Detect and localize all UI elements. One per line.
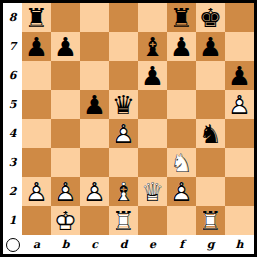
square-e3[interactable] bbox=[138, 148, 167, 177]
black-queen-icon: ♛ bbox=[109, 90, 138, 119]
black-pawn-icon: ♟︎ bbox=[196, 32, 225, 61]
black-pawn-icon: ♟︎ bbox=[138, 61, 167, 90]
square-h3[interactable] bbox=[225, 148, 254, 177]
square-d5[interactable]: ♛ bbox=[109, 90, 138, 119]
white-rook-icon: ♜♖ bbox=[109, 206, 138, 235]
square-f1[interactable] bbox=[167, 206, 196, 235]
white-knight-icon: ♞♘ bbox=[167, 148, 196, 177]
black-pawn-icon: ♟︎ bbox=[225, 61, 254, 90]
rank-label-1: 1 bbox=[3, 206, 22, 235]
square-h6[interactable]: ♟︎ bbox=[225, 61, 254, 90]
rank-label-5: 5 bbox=[3, 90, 22, 119]
square-b3[interactable] bbox=[51, 148, 80, 177]
square-a2[interactable]: ♟︎♙ bbox=[22, 177, 51, 206]
file-label-f: f bbox=[167, 235, 196, 254]
square-e2[interactable]: ♛♕ bbox=[138, 177, 167, 206]
square-f3[interactable]: ♞♘ bbox=[167, 148, 196, 177]
square-b4[interactable] bbox=[51, 119, 80, 148]
square-g6[interactable] bbox=[196, 61, 225, 90]
square-a4[interactable] bbox=[22, 119, 51, 148]
square-h5[interactable]: ♟︎♙ bbox=[225, 90, 254, 119]
square-g4[interactable]: ♞ bbox=[196, 119, 225, 148]
side-to-move-corner bbox=[3, 235, 22, 254]
file-label-a: a bbox=[22, 235, 51, 254]
square-d8[interactable] bbox=[109, 3, 138, 32]
rank-label-7: 7 bbox=[3, 32, 22, 61]
square-f6[interactable] bbox=[167, 61, 196, 90]
square-c6[interactable] bbox=[80, 61, 109, 90]
square-a8[interactable]: ♜ bbox=[22, 3, 51, 32]
square-e4[interactable] bbox=[138, 119, 167, 148]
square-c5[interactable]: ♟︎ bbox=[80, 90, 109, 119]
file-label-c: c bbox=[80, 235, 109, 254]
rank-label-8: 8 bbox=[3, 3, 22, 32]
square-e1[interactable] bbox=[138, 206, 167, 235]
chess-diagram: 87654321 ♜♜♚♟︎♟︎♝♟︎♟︎♟︎♟︎♟︎♛♟︎♙♟︎♙♞♞♘♟︎♙… bbox=[0, 0, 257, 257]
rank-labels: 87654321 bbox=[3, 3, 22, 235]
rank-label-3: 3 bbox=[3, 148, 22, 177]
square-d1[interactable]: ♜♖ bbox=[109, 206, 138, 235]
white-rook-icon: ♜♖ bbox=[196, 206, 225, 235]
square-d6[interactable] bbox=[109, 61, 138, 90]
rank-label-4: 4 bbox=[3, 119, 22, 148]
square-a5[interactable] bbox=[22, 90, 51, 119]
white-to-move-indicator-icon bbox=[6, 238, 20, 252]
square-f8[interactable]: ♜ bbox=[167, 3, 196, 32]
square-e6[interactable]: ♟︎ bbox=[138, 61, 167, 90]
square-c1[interactable] bbox=[80, 206, 109, 235]
square-h7[interactable] bbox=[225, 32, 254, 61]
square-e5[interactable] bbox=[138, 90, 167, 119]
square-a7[interactable]: ♟︎ bbox=[22, 32, 51, 61]
file-label-h: h bbox=[225, 235, 254, 254]
square-b6[interactable] bbox=[51, 61, 80, 90]
square-g7[interactable]: ♟︎ bbox=[196, 32, 225, 61]
white-pawn-icon: ♟︎♙ bbox=[51, 177, 80, 206]
rank-label-2: 2 bbox=[3, 177, 22, 206]
black-pawn-icon: ♟︎ bbox=[80, 90, 109, 119]
square-h4[interactable] bbox=[225, 119, 254, 148]
square-h1[interactable] bbox=[225, 206, 254, 235]
square-f4[interactable] bbox=[167, 119, 196, 148]
file-label-d: d bbox=[109, 235, 138, 254]
white-pawn-icon: ♟︎♙ bbox=[22, 177, 51, 206]
file-label-b: b bbox=[51, 235, 80, 254]
square-d4[interactable]: ♟︎♙ bbox=[109, 119, 138, 148]
white-pawn-icon: ♟︎♙ bbox=[167, 177, 196, 206]
square-b8[interactable] bbox=[51, 3, 80, 32]
white-pawn-icon: ♟︎♙ bbox=[109, 119, 138, 148]
black-king-icon: ♚ bbox=[196, 3, 225, 32]
square-g5[interactable] bbox=[196, 90, 225, 119]
square-d2[interactable]: ♝♗ bbox=[109, 177, 138, 206]
square-c4[interactable] bbox=[80, 119, 109, 148]
square-g3[interactable] bbox=[196, 148, 225, 177]
square-b7[interactable]: ♟︎ bbox=[51, 32, 80, 61]
square-h2[interactable] bbox=[225, 177, 254, 206]
square-a3[interactable] bbox=[22, 148, 51, 177]
square-b2[interactable]: ♟︎♙ bbox=[51, 177, 80, 206]
black-bishop-icon: ♝ bbox=[138, 32, 167, 61]
black-pawn-icon: ♟︎ bbox=[51, 32, 80, 61]
square-a1[interactable] bbox=[22, 206, 51, 235]
square-e7[interactable]: ♝ bbox=[138, 32, 167, 61]
file-label-e: e bbox=[138, 235, 167, 254]
white-bishop-icon: ♝♗ bbox=[109, 177, 138, 206]
black-rook-icon: ♜ bbox=[22, 3, 51, 32]
square-b1[interactable]: ♚♔ bbox=[51, 206, 80, 235]
square-c7[interactable] bbox=[80, 32, 109, 61]
chess-board: ♜♜♚♟︎♟︎♝♟︎♟︎♟︎♟︎♟︎♛♟︎♙♟︎♙♞♞♘♟︎♙♟︎♙♟︎♙♝♗♛… bbox=[22, 3, 254, 235]
square-a6[interactable] bbox=[22, 61, 51, 90]
square-c2[interactable]: ♟︎♙ bbox=[80, 177, 109, 206]
square-f5[interactable] bbox=[167, 90, 196, 119]
white-pawn-icon: ♟︎♙ bbox=[225, 90, 254, 119]
square-e8[interactable] bbox=[138, 3, 167, 32]
black-rook-icon: ♜ bbox=[167, 3, 196, 32]
file-label-g: g bbox=[196, 235, 225, 254]
square-b5[interactable] bbox=[51, 90, 80, 119]
black-knight-icon: ♞ bbox=[196, 119, 225, 148]
square-c8[interactable] bbox=[80, 3, 109, 32]
square-d3[interactable] bbox=[109, 148, 138, 177]
square-g2[interactable] bbox=[196, 177, 225, 206]
rank-label-6: 6 bbox=[3, 61, 22, 90]
square-g8[interactable]: ♚ bbox=[196, 3, 225, 32]
black-pawn-icon: ♟︎ bbox=[167, 32, 196, 61]
square-c3[interactable] bbox=[80, 148, 109, 177]
white-pawn-icon: ♟︎♙ bbox=[80, 177, 109, 206]
square-f2[interactable]: ♟︎♙ bbox=[167, 177, 196, 206]
square-g1[interactable]: ♜♖ bbox=[196, 206, 225, 235]
file-labels: abcdefgh bbox=[22, 235, 254, 254]
white-queen-icon: ♛♕ bbox=[138, 177, 167, 206]
black-pawn-icon: ♟︎ bbox=[22, 32, 51, 61]
square-d7[interactable] bbox=[109, 32, 138, 61]
square-h8[interactable] bbox=[225, 3, 254, 32]
white-king-icon: ♚♔ bbox=[51, 206, 80, 235]
square-f7[interactable]: ♟︎ bbox=[167, 32, 196, 61]
